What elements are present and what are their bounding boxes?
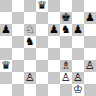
square-d2[interactable] — [36, 72, 48, 84]
piece-white-bishop[interactable]: ♗ — [61, 60, 71, 72]
square-d8[interactable]: ♛ — [36, 0, 48, 12]
square-d1[interactable] — [36, 84, 48, 96]
square-e7[interactable] — [48, 12, 60, 24]
square-a8[interactable] — [0, 0, 12, 12]
square-b7[interactable] — [12, 12, 24, 24]
square-f6[interactable]: ♞ — [60, 24, 72, 36]
piece-white-king[interactable]: ♔ — [73, 84, 83, 96]
square-g3[interactable] — [72, 60, 84, 72]
square-h4[interactable] — [84, 48, 96, 60]
square-c5[interactable]: ♞ — [24, 36, 36, 48]
square-e8[interactable] — [48, 0, 60, 12]
square-c4[interactable] — [24, 48, 36, 60]
square-f5[interactable] — [60, 36, 72, 48]
square-e3[interactable] — [48, 60, 60, 72]
piece-black-pawn[interactable]: ♟ — [85, 12, 95, 24]
chess-board: ♛♚♟♟♘♟♞♟♞♛♗♙♙♙♙♔ — [0, 0, 96, 96]
piece-black-queen[interactable]: ♛ — [1, 60, 11, 72]
square-b5[interactable] — [12, 36, 24, 48]
square-c2[interactable]: ♙ — [24, 72, 36, 84]
piece-black-queen[interactable]: ♛ — [37, 0, 47, 12]
square-e1[interactable] — [48, 84, 60, 96]
piece-white-pawn[interactable]: ♙ — [61, 72, 71, 84]
square-f7[interactable]: ♚ — [60, 12, 72, 24]
square-h1[interactable] — [84, 84, 96, 96]
square-c3[interactable] — [24, 60, 36, 72]
square-f1[interactable] — [60, 84, 72, 96]
square-g2[interactable]: ♙ — [72, 72, 84, 84]
square-d7[interactable] — [36, 12, 48, 24]
square-e5[interactable] — [48, 36, 60, 48]
square-a1[interactable] — [0, 84, 12, 96]
square-h3[interactable]: ♙ — [84, 60, 96, 72]
square-b3[interactable] — [12, 60, 24, 72]
square-a6[interactable]: ♟ — [0, 24, 12, 36]
square-h6[interactable] — [84, 24, 96, 36]
square-a2[interactable] — [0, 72, 12, 84]
square-b1[interactable] — [12, 84, 24, 96]
piece-black-pawn[interactable]: ♟ — [73, 24, 83, 36]
square-g6[interactable]: ♟ — [72, 24, 84, 36]
square-c6[interactable]: ♘ — [24, 24, 36, 36]
square-b2[interactable] — [12, 72, 24, 84]
square-g1[interactable]: ♔ — [72, 84, 84, 96]
square-h5[interactable] — [84, 36, 96, 48]
square-c1[interactable] — [24, 84, 36, 96]
square-f3[interactable]: ♗ — [60, 60, 72, 72]
square-b4[interactable] — [12, 48, 24, 60]
square-d4[interactable] — [36, 48, 48, 60]
square-d6[interactable] — [36, 24, 48, 36]
square-c7[interactable] — [24, 12, 36, 24]
square-b6[interactable] — [12, 24, 24, 36]
square-h8[interactable] — [84, 0, 96, 12]
square-a4[interactable] — [0, 48, 12, 60]
square-g8[interactable] — [72, 0, 84, 12]
piece-white-pawn[interactable]: ♙ — [73, 72, 83, 84]
square-e6[interactable]: ♟ — [48, 24, 60, 36]
square-g7[interactable] — [72, 12, 84, 24]
square-d3[interactable] — [36, 60, 48, 72]
piece-black-pawn[interactable]: ♟ — [1, 24, 11, 36]
square-f8[interactable] — [60, 0, 72, 12]
square-a3[interactable]: ♛ — [0, 60, 12, 72]
square-d5[interactable] — [36, 36, 48, 48]
piece-black-knight[interactable]: ♞ — [25, 36, 35, 48]
square-c8[interactable] — [24, 0, 36, 12]
square-e2[interactable] — [48, 72, 60, 84]
square-f4[interactable] — [60, 48, 72, 60]
square-h2[interactable] — [84, 72, 96, 84]
piece-white-knight[interactable]: ♘ — [25, 24, 35, 36]
square-h7[interactable]: ♟ — [84, 12, 96, 24]
piece-black-king[interactable]: ♚ — [61, 12, 71, 24]
square-g4[interactable] — [72, 48, 84, 60]
square-b8[interactable] — [12, 0, 24, 12]
piece-white-pawn[interactable]: ♙ — [25, 72, 35, 84]
square-a7[interactable] — [0, 12, 12, 24]
piece-black-knight[interactable]: ♞ — [61, 24, 71, 36]
piece-black-pawn[interactable]: ♟ — [49, 24, 59, 36]
piece-white-pawn[interactable]: ♙ — [85, 60, 95, 72]
square-a5[interactable] — [0, 36, 12, 48]
square-g5[interactable] — [72, 36, 84, 48]
square-e4[interactable] — [48, 48, 60, 60]
square-f2[interactable]: ♙ — [60, 72, 72, 84]
